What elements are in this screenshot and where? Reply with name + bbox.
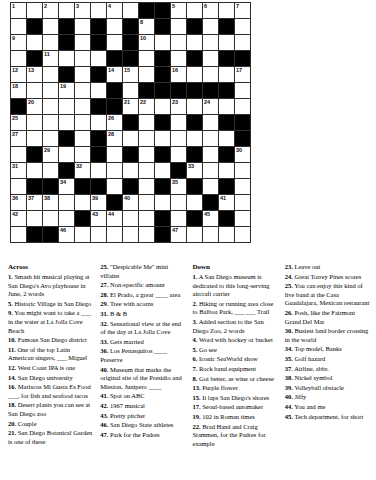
clue-column-2: 25. "Despicable Me" mini villains27. Non… [100, 263, 185, 449]
cell-r15c6[interactable] [91, 227, 106, 242]
cell-r9c3[interactable] [43, 131, 58, 146]
cell-r9c14[interactable] [219, 131, 234, 146]
black-cell [155, 3, 170, 18]
clue-number: 16 [172, 67, 178, 73]
clue-number: 2 [44, 3, 47, 9]
cell-r11c13[interactable] [203, 163, 218, 178]
cell-r9c9[interactable] [139, 131, 154, 146]
cell-r13c12[interactable] [187, 195, 202, 210]
clue-down-7: 7. Rock band equipment [193, 365, 278, 374]
black-cell [219, 19, 234, 34]
cell-r5c14[interactable] [219, 67, 234, 82]
cell-r5c15[interactable]: 17 [235, 67, 250, 82]
cell-r11c15[interactable] [235, 163, 250, 178]
cell-r8c11[interactable] [171, 115, 186, 130]
cell-r1c15[interactable]: 7 [235, 3, 250, 18]
cell-r10c3[interactable]: 29 [43, 147, 58, 162]
clue-down-1: 1. A San Diego museum is dedicated to th… [193, 273, 278, 299]
cell-r7c12[interactable] [187, 99, 202, 114]
clue-number: 42 [12, 211, 18, 217]
cell-r14c4[interactable] [59, 211, 74, 226]
black-cell [27, 179, 42, 194]
clue-down-40: 40. Jiffy [285, 393, 370, 402]
cell-r11c6[interactable] [91, 163, 106, 178]
cell-r1c11[interactable]: 5 [171, 3, 186, 18]
cell-r6c4[interactable]: 19 [59, 83, 74, 98]
cell-r12c4[interactable]: 34 [59, 179, 74, 194]
cell-r12c1[interactable] [11, 179, 26, 194]
clue-number: 15 [124, 67, 130, 73]
clue-down-4: 4. Word with hockey or bucket [193, 336, 278, 345]
cell-r6c5[interactable] [75, 83, 90, 98]
black-cell [123, 147, 138, 162]
cell-r8c7[interactable]: 26 [107, 115, 122, 130]
cell-r7c15[interactable] [235, 99, 250, 114]
cell-r14c6[interactable]: 43 [91, 211, 106, 226]
cell-r1c12[interactable] [187, 3, 202, 18]
black-cell [219, 179, 234, 194]
black-cell [27, 51, 42, 66]
cell-r12c9[interactable] [139, 179, 154, 194]
clue-number: 13 [28, 67, 34, 73]
clue-down-39: 39. Volleyball obstacle [285, 384, 370, 393]
cell-r8c9[interactable] [139, 115, 154, 130]
clue-down-24: 24. Great Torrey Pines scores [285, 273, 370, 282]
black-cell [155, 147, 170, 162]
black-cell [43, 227, 58, 242]
clue-column-4: 23. Leave out24. Great Torrey Pines scor… [285, 263, 370, 449]
black-cell [59, 19, 74, 34]
clue-number: 45 [204, 211, 210, 217]
clue-number: 20 [28, 99, 34, 105]
cell-r13c15[interactable] [235, 195, 250, 210]
across-header: Across [8, 263, 93, 272]
cell-r14c8[interactable] [123, 211, 138, 226]
cell-r11c3[interactable] [43, 163, 58, 178]
clue-down-25: 25. You can enjoy this kind of live band… [285, 282, 370, 308]
cell-r13c3[interactable]: 38 [43, 195, 58, 210]
black-cell [235, 131, 250, 146]
cell-r15c1[interactable] [11, 227, 26, 242]
black-cell [155, 67, 170, 82]
cell-r14c1[interactable]: 42 [11, 211, 26, 226]
clue-across-36: 36. Los Penasquitos ____ Preserve [100, 347, 185, 364]
clue-number: 14 [108, 67, 114, 73]
cell-r8c3[interactable] [43, 115, 58, 130]
cell-r2c15[interactable] [235, 19, 250, 34]
black-cell [59, 131, 74, 146]
clue-across-29: 29. Tree with acorns [100, 300, 185, 309]
clue-number: 21 [124, 99, 130, 105]
clue-number: 26 [108, 115, 114, 121]
cell-r9c1[interactable]: 27 [11, 131, 26, 146]
clue-number: 35 [172, 179, 178, 185]
cell-r3c2[interactable] [27, 35, 42, 50]
cell-r8c2[interactable] [27, 115, 42, 130]
clue-across-16: 16. Mariscos Mi Gusta Es Food ___, for f… [8, 383, 93, 400]
cell-r2c7[interactable] [107, 19, 122, 34]
black-cell [203, 83, 218, 98]
cell-r6c1[interactable]: 18 [11, 83, 26, 98]
cell-r7c4[interactable] [59, 99, 74, 114]
cell-r15c7[interactable] [107, 227, 122, 242]
cell-r1c1[interactable]: 1 [11, 3, 26, 18]
cell-r15c15[interactable] [235, 227, 250, 242]
cell-r15c14[interactable] [219, 227, 234, 242]
black-cell [155, 227, 170, 242]
black-cell [155, 179, 170, 194]
clue-number: 6 [204, 3, 207, 9]
cell-r3c14[interactable] [219, 35, 234, 50]
clue-down-8: 8. Got better, as wine or cheese [193, 375, 278, 384]
cell-r6c6[interactable] [91, 83, 106, 98]
clue-number: 34 [60, 179, 66, 185]
clue-down-15: 15. It laps San Diego's shores [193, 394, 278, 403]
cell-r3c12[interactable] [187, 35, 202, 50]
black-cell [43, 179, 58, 194]
clue-down-44: 44. You and me [285, 403, 370, 412]
cell-r4c4[interactable] [59, 51, 74, 66]
cell-r11c2[interactable] [27, 163, 42, 178]
cell-r1c2[interactable] [27, 3, 42, 18]
cell-r13c8[interactable]: 40 [123, 195, 138, 210]
clue-number: 8 [140, 19, 143, 25]
clue-across-40: 40. Museum that marks the original site … [100, 366, 185, 392]
cell-r9c2[interactable] [27, 131, 42, 146]
cell-r8c13[interactable] [203, 115, 218, 130]
black-cell [91, 67, 106, 82]
cell-r4c6[interactable] [91, 51, 106, 66]
clue-across-14: 14. San Diego university [8, 374, 93, 383]
clue-down-2: 2. Hiking or running area close to Balbo… [193, 300, 278, 317]
cell-r13c1[interactable]: 36 [11, 195, 26, 210]
clue-across-21: 21. San Diego Botanical Garden is one of… [8, 429, 93, 446]
cell-r14c11[interactable] [171, 211, 186, 226]
cell-r13c14[interactable]: 41 [219, 195, 234, 210]
cell-r5c7[interactable]: 14 [107, 67, 122, 82]
cell-r5c5[interactable] [75, 67, 90, 82]
cell-r14c15[interactable] [235, 211, 250, 226]
cell-r5c8[interactable]: 15 [123, 67, 138, 82]
cell-r7c13[interactable]: 24 [203, 99, 218, 114]
cell-r10c9[interactable] [139, 147, 154, 162]
cell-r13c2[interactable]: 37 [27, 195, 42, 210]
clue-across-12: 12. West Coast IPA is one [8, 364, 93, 373]
cell-r15c4[interactable]: 46 [59, 227, 74, 242]
cell-r5c1[interactable]: 12 [11, 67, 26, 82]
black-cell [235, 115, 250, 130]
black-cell [75, 211, 90, 226]
cell-r2c9[interactable]: 8 [139, 19, 154, 34]
cell-r3c5[interactable] [75, 35, 90, 50]
cell-r9c8[interactable] [123, 131, 138, 146]
black-cell [91, 35, 106, 50]
cell-r15c8[interactable] [123, 227, 138, 242]
cell-r5c9[interactable] [139, 67, 154, 82]
cell-r4c11[interactable] [171, 51, 186, 66]
black-cell [59, 67, 74, 82]
cell-r11c5[interactable]: 32 [75, 163, 90, 178]
cell-r2c5[interactable] [75, 19, 90, 34]
cell-r1c7[interactable]: 4 [107, 3, 122, 18]
cell-r2c11[interactable] [171, 19, 186, 34]
cell-r14c2[interactable] [27, 211, 42, 226]
cell-r3c3[interactable] [43, 35, 58, 50]
black-cell [123, 115, 138, 130]
cell-r8c4[interactable] [59, 115, 74, 130]
cell-r5c2[interactable]: 13 [27, 67, 42, 82]
cell-r15c11[interactable]: 47 [171, 227, 186, 242]
clue-down-34: 34. Top model, Banks [285, 345, 370, 354]
cell-r6c8[interactable] [123, 83, 138, 98]
clue-down-37: 37. Airline, abbr. [285, 365, 370, 374]
cell-r13c6[interactable]: 39 [91, 195, 106, 210]
cell-r15c9[interactable] [139, 227, 154, 242]
cell-r8c6[interactable] [91, 115, 106, 130]
clue-column-1: Across1. Smash hit musical playing at Sa… [8, 263, 93, 449]
clue-down-30: 30. Busiest land border crossing in the … [285, 327, 370, 344]
black-cell [123, 35, 138, 50]
cell-r1c6[interactable] [91, 3, 106, 18]
black-cell [107, 195, 122, 210]
cell-r15c13[interactable] [203, 227, 218, 242]
clue-across-43: 43. Pretty pitcher [100, 412, 185, 421]
black-cell [27, 147, 42, 162]
cell-r3c10[interactable] [155, 35, 170, 50]
cell-r9c13[interactable] [203, 131, 218, 146]
cell-r12c15[interactable] [235, 179, 250, 194]
clue-down-17: 17. Seoul-based automaker [193, 403, 278, 412]
clue-down-26: 26. Posh, like the Fairmont Grand Del Ma… [285, 309, 370, 326]
cell-r7c5[interactable] [75, 99, 90, 114]
clue-number: 7 [236, 3, 239, 9]
cell-r11c12[interactable]: 33 [187, 163, 202, 178]
black-cell [123, 51, 138, 66]
down-header: Down [193, 263, 278, 272]
clue-across-25: 25. "Despicable Me" mini villains [100, 263, 185, 280]
cell-r3c9[interactable]: 10 [139, 35, 154, 50]
cell-r14c3[interactable] [43, 211, 58, 226]
black-cell [123, 179, 138, 194]
clue-number: 28 [108, 131, 114, 137]
clue-number: 1 [12, 3, 15, 9]
cell-r5c3[interactable] [43, 67, 58, 82]
clue-number: 27 [12, 131, 18, 137]
clue-number: 44 [108, 211, 114, 217]
cell-r4c3[interactable]: 11 [43, 51, 58, 66]
cell-r6c2[interactable] [27, 83, 42, 98]
cell-r5c12[interactable] [187, 67, 202, 82]
clue-number: 22 [140, 99, 146, 105]
cell-r10c15[interactable]: 30 [235, 147, 250, 162]
black-cell [219, 83, 234, 98]
clue-number: 12 [12, 67, 18, 73]
black-cell [91, 131, 106, 146]
clue-number: 4 [108, 3, 111, 9]
cell-r15c5[interactable] [75, 227, 90, 242]
black-cell [91, 19, 106, 34]
clue-across-41: 41. Spot on ABC [100, 392, 185, 401]
cell-r5c11[interactable]: 16 [171, 67, 186, 82]
cell-r14c7[interactable]: 44 [107, 211, 122, 226]
black-cell [155, 51, 170, 66]
black-cell [219, 147, 234, 162]
clue-across-33: 33. Gets married [100, 338, 185, 347]
cell-r10c4[interactable] [59, 147, 74, 162]
clue-number: 40 [124, 195, 130, 201]
cell-r4c5[interactable] [75, 51, 90, 66]
cell-r13c5[interactable] [75, 195, 90, 210]
cell-r12c7[interactable] [107, 179, 122, 194]
cell-r1c5[interactable]: 3 [75, 3, 90, 18]
clue-down-38: 38. Nickel symbol [285, 374, 370, 383]
black-cell [139, 3, 154, 18]
black-cell [91, 179, 106, 194]
cell-r13c9[interactable] [139, 195, 154, 210]
cell-r9c12[interactable] [187, 131, 202, 146]
cell-r11c10[interactable] [155, 163, 170, 178]
black-cell [187, 115, 202, 130]
clue-across-32: 32. Sensational view at the end of the d… [100, 320, 185, 337]
clue-number: 47 [172, 227, 178, 233]
cell-r11c7[interactable] [107, 163, 122, 178]
cell-r9c5[interactable] [75, 131, 90, 146]
clue-number: 29 [44, 147, 50, 153]
clue-number: 19 [60, 83, 66, 89]
clue-across-20: 20. Couple [8, 420, 93, 429]
clue-across-47: 47. Park for the Padres [100, 431, 185, 440]
black-cell [59, 163, 74, 178]
cell-r11c14[interactable] [219, 163, 234, 178]
cell-r10c7[interactable] [107, 147, 122, 162]
clue-number: 9 [12, 35, 15, 41]
black-cell [187, 147, 202, 162]
black-cell [75, 179, 90, 194]
clue-across-1: 1. Smash hit musical playing at San Dieg… [8, 273, 93, 299]
cell-r11c8[interactable] [123, 163, 138, 178]
black-cell [155, 211, 170, 226]
clue-number: 24 [204, 99, 210, 105]
cell-r9c11[interactable] [171, 131, 186, 146]
cell-r6c15[interactable] [235, 83, 250, 98]
crossword-page: { "game": "crossword", "title": "San Die… [0, 0, 376, 480]
black-cell [107, 51, 122, 66]
cell-r1c4[interactable] [59, 3, 74, 18]
clue-number: 11 [44, 51, 50, 57]
cell-r13c10[interactable] [155, 195, 170, 210]
black-cell [187, 51, 202, 66]
cell-r9c7[interactable]: 28 [107, 131, 122, 146]
clue-number: 33 [188, 163, 194, 169]
cell-r2c13[interactable] [203, 19, 218, 34]
clue-across-18: 18. Desert plants you can see at San Die… [8, 401, 93, 418]
clue-across-11: 11. One of the top Latin American singer… [8, 346, 93, 363]
cell-r10c5[interactable] [75, 147, 90, 162]
cell-r1c8[interactable] [123, 3, 138, 18]
black-cell [27, 19, 42, 34]
cell-r8c1[interactable]: 25 [11, 115, 26, 130]
cell-r12c11[interactable]: 35 [171, 179, 186, 194]
cell-r1c14[interactable] [219, 3, 234, 18]
cell-r1c13[interactable]: 6 [203, 3, 218, 18]
clue-number: 41 [220, 195, 226, 201]
cell-r7c9[interactable]: 22 [139, 99, 154, 114]
cell-r10c1[interactable] [11, 147, 26, 162]
black-cell [91, 147, 106, 162]
clue-down-3: 3. Added section to the San Diego Zoo, 2… [193, 318, 278, 335]
clue-number: 39 [92, 195, 98, 201]
black-cell [187, 211, 202, 226]
black-cell [203, 195, 218, 210]
cell-r3c15[interactable] [235, 35, 250, 50]
cell-r9c10[interactable] [155, 131, 170, 146]
cell-r4c1[interactable] [11, 51, 26, 66]
cell-r14c9[interactable] [139, 211, 154, 226]
clue-across-46: 46. San Diego State athletes [100, 421, 185, 430]
black-cell [139, 83, 154, 98]
cell-r7c2[interactable]: 20 [27, 99, 42, 114]
cell-r3c7[interactable] [107, 35, 122, 50]
black-cell [11, 99, 26, 114]
clue-down-35: 35. Golf hazard [285, 355, 370, 364]
cell-r10c13[interactable] [203, 147, 218, 162]
black-cell [171, 83, 186, 98]
cell-r1c3[interactable]: 2 [43, 3, 58, 18]
cell-r2c1[interactable] [11, 19, 26, 34]
cell-r4c13[interactable] [203, 51, 218, 66]
cell-r11c9[interactable] [139, 163, 154, 178]
cell-r6c3[interactable] [43, 83, 58, 98]
cell-r4c9[interactable] [139, 51, 154, 66]
cell-r2c3[interactable] [43, 19, 58, 34]
cell-r7c8[interactable]: 21 [123, 99, 138, 114]
cell-r7c11[interactable]: 23 [171, 99, 186, 114]
clue-down-13: 13. Purple flower [193, 384, 278, 393]
cell-r12c13[interactable] [203, 179, 218, 194]
cell-r3c11[interactable] [171, 35, 186, 50]
cell-r8c5[interactable] [75, 115, 90, 130]
black-cell [171, 163, 186, 178]
black-cell [59, 35, 74, 50]
black-cell [107, 83, 122, 98]
cell-r3c13[interactable] [203, 35, 218, 50]
cell-r5c13[interactable] [203, 67, 218, 82]
cell-r13c11[interactable] [171, 195, 186, 210]
cell-r11c1[interactable]: 31 [11, 163, 26, 178]
clue-number: 17 [236, 67, 242, 73]
clue-number: 18 [12, 83, 18, 89]
cell-r7c14[interactable] [219, 99, 234, 114]
black-cell [187, 19, 202, 34]
clue-number: 25 [12, 115, 18, 121]
cell-r7c10[interactable] [155, 99, 170, 114]
cell-r3c1[interactable]: 9 [11, 35, 26, 50]
black-cell [91, 99, 106, 114]
clue-down-45: 45. Tech department, for short [285, 413, 370, 422]
cell-r7c3[interactable] [43, 99, 58, 114]
cell-r14c13[interactable]: 45 [203, 211, 218, 226]
cell-r13c4[interactable] [59, 195, 74, 210]
clue-down-22: 22. Brad Hand and Craig Stammen, for the… [193, 423, 278, 449]
clue-down-19: 19. 102 in Roman times [193, 413, 278, 422]
clue-down-23: 23. Leave out [285, 263, 370, 272]
crossword-grid: 1234567891011121314151617181920212223242… [10, 2, 251, 243]
black-cell [123, 19, 138, 34]
cell-r10c11[interactable] [171, 147, 186, 162]
cell-r15c12[interactable] [187, 227, 202, 242]
clue-down-5: 5. Go see [193, 346, 278, 355]
clue-number: 31 [12, 163, 18, 169]
